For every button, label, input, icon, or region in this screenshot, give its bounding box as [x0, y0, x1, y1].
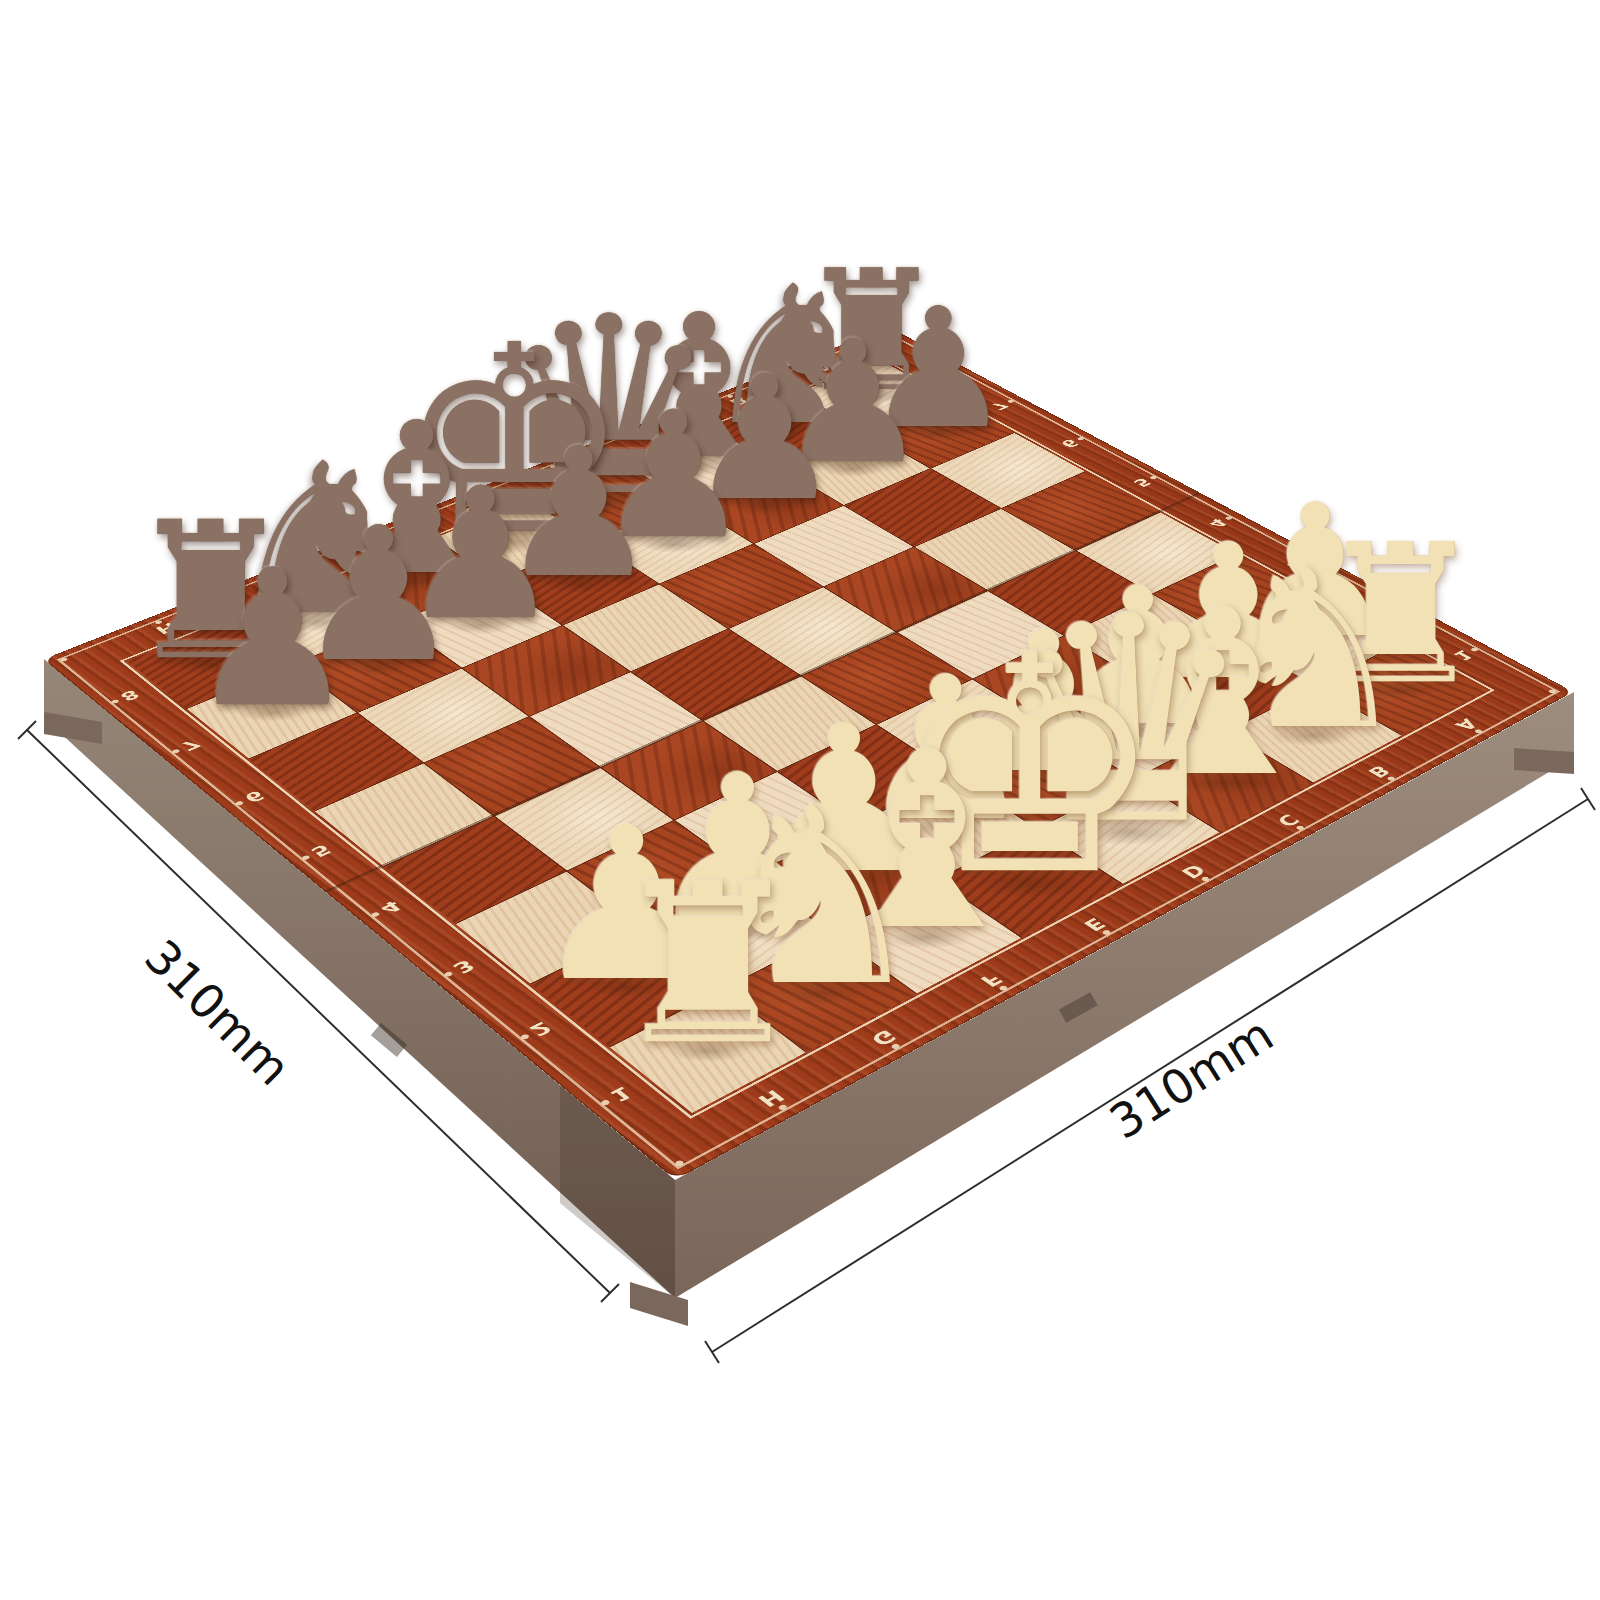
frame-screw-dot: [600, 1099, 611, 1106]
coordinate-label: 8: [116, 687, 144, 704]
frame-screw-dot: [1101, 929, 1112, 935]
board-foot-right: [1514, 748, 1574, 774]
coordinate-label: 5: [306, 841, 336, 860]
frame-screw-dot: [1200, 876, 1210, 882]
coordinate-label: 6: [240, 788, 269, 806]
frame-screw-dot: [1149, 476, 1158, 480]
frame-screw-dot: [1385, 602, 1394, 607]
frame-screw-dot: [1076, 437, 1084, 441]
frame-screw-dot: [59, 657, 68, 662]
frame-screw-dot: [370, 911, 380, 917]
frame-screw-dot: [171, 749, 181, 754]
frame-screw-dot: [890, 1043, 901, 1050]
chess-set-product-photo: 310mm 310mm AA88BB77CC66DD55EE44FF33GG22…: [0, 0, 1600, 1600]
frame-screw-dot: [998, 985, 1009, 992]
coordinate-label: 7: [177, 736, 205, 753]
frame-screw-dot: [1303, 558, 1312, 563]
frame-screw-dot: [1295, 825, 1305, 831]
dimension-right-label: 310mm: [1100, 1006, 1283, 1149]
frame-screw-dot: [939, 363, 947, 367]
frame-screw-dot: [443, 971, 454, 978]
frame-screw-dot: [674, 1159, 685, 1167]
dimension-left-label: 310mm: [134, 929, 301, 1096]
frame-screw-dot: [1474, 729, 1484, 734]
frame-screw-dot: [1007, 399, 1015, 403]
coordinate-label: 4: [375, 898, 406, 918]
frame-screw-dot: [1224, 516, 1233, 520]
frame-screw-dot: [110, 699, 119, 704]
frame-screw-dot: [520, 1033, 531, 1040]
frame-screw-dot: [882, 333, 890, 337]
frame-screw-dot: [777, 1104, 788, 1111]
frame-screw-dot: [1386, 776, 1396, 782]
frame-screw-dot: [1548, 689, 1558, 694]
frame-screw-dot: [234, 800, 244, 806]
frame-screw-dot: [301, 855, 311, 861]
frame-screw-dot: [1470, 647, 1479, 652]
